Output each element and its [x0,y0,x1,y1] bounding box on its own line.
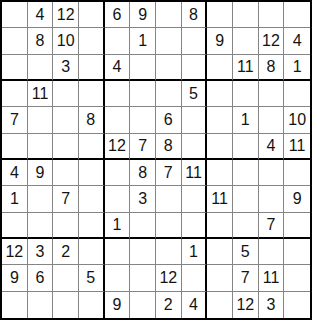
cell-r5c10[interactable]: 1 [233,107,259,133]
cell-r12c1[interactable] [2,292,28,318]
cell-r3c6[interactable] [130,55,156,81]
cell-r5c3[interactable] [53,107,79,133]
cell-r3c12[interactable]: 1 [284,55,310,81]
cell-r6c12[interactable]: 11 [284,134,310,160]
cell-r11c6[interactable] [130,265,156,291]
cell-r8c3[interactable]: 7 [53,186,79,212]
cell-r4c8[interactable]: 5 [182,81,208,107]
cell-r11c4[interactable]: 5 [79,265,105,291]
cell-r12c11[interactable]: 3 [259,292,285,318]
cell-r12c7[interactable]: 2 [156,292,182,318]
cell-r8c1[interactable]: 1 [2,186,28,212]
cell-r11c3[interactable] [53,265,79,291]
cell-r10c7[interactable] [156,239,182,265]
cell-r4c5[interactable] [105,81,131,107]
cell-r2c6[interactable]: 1 [130,28,156,54]
cell-r2c1[interactable] [2,28,28,54]
cell-r9c1[interactable] [2,213,28,239]
cell-r6c2[interactable] [28,134,54,160]
cell-r3c10[interactable]: 11 [233,55,259,81]
cell-r9c3[interactable] [53,213,79,239]
cell-r6c5[interactable]: 12 [105,134,131,160]
cell-r12c4[interactable] [79,292,105,318]
cell-r4c3[interactable] [53,81,79,107]
cell-r9c4[interactable] [79,213,105,239]
cell-r1c5[interactable]: 6 [105,2,131,28]
cell-r2c8[interactable] [182,28,208,54]
cell-r7c9[interactable] [207,160,233,186]
cell-r3c2[interactable] [28,55,54,81]
cell-r1c4[interactable] [79,2,105,28]
cell-r6c4[interactable] [79,134,105,160]
cell-r8c11[interactable] [259,186,285,212]
cell-r6c11[interactable]: 4 [259,134,285,160]
cell-r1c3[interactable]: 12 [53,2,79,28]
cell-r10c9[interactable] [207,239,233,265]
cell-r5c1[interactable]: 7 [2,107,28,133]
cell-r12c6[interactable] [130,292,156,318]
cell-r8c6[interactable]: 3 [130,186,156,212]
cell-r10c10[interactable]: 5 [233,239,259,265]
cell-r6c10[interactable] [233,134,259,160]
cell-r5c9[interactable] [207,107,233,133]
cell-r5c7[interactable]: 6 [156,107,182,133]
cell-r11c1[interactable]: 9 [2,265,28,291]
cell-r8c10[interactable] [233,186,259,212]
cell-r8c8[interactable] [182,186,208,212]
cell-r7c2[interactable]: 9 [28,160,54,186]
cell-r11c11[interactable]: 11 [259,265,285,291]
cell-r2c9[interactable]: 9 [207,28,233,54]
cell-r7c3[interactable] [53,160,79,186]
cell-r12c8[interactable]: 4 [182,292,208,318]
cell-r6c9[interactable] [207,134,233,160]
cell-r10c6[interactable] [130,239,156,265]
cell-r2c11[interactable]: 12 [259,28,285,54]
cell-r9c11[interactable]: 7 [259,213,285,239]
cell-r11c10[interactable]: 7 [233,265,259,291]
cell-r7c4[interactable] [79,160,105,186]
cell-r11c12[interactable] [284,265,310,291]
cell-r12c9[interactable] [207,292,233,318]
cell-r9c10[interactable] [233,213,259,239]
cell-r7c7[interactable]: 7 [156,160,182,186]
cell-r6c1[interactable] [2,134,28,160]
cell-r11c8[interactable] [182,265,208,291]
cell-r7c11[interactable] [259,160,285,186]
cell-r4c9[interactable] [207,81,233,107]
cell-r2c3[interactable]: 10 [53,28,79,54]
cell-r5c5[interactable] [105,107,131,133]
cell-r8c7[interactable] [156,186,182,212]
cell-r5c11[interactable] [259,107,285,133]
cell-r1c1[interactable] [2,2,28,28]
cell-r5c4[interactable]: 8 [79,107,105,133]
cell-r7c5[interactable] [105,160,131,186]
sudoku-board: 4126988101912434118111578611012784114987… [0,0,312,320]
cell-r10c8[interactable]: 1 [182,239,208,265]
cell-r9c9[interactable] [207,213,233,239]
cell-r12c10[interactable]: 12 [233,292,259,318]
cell-r3c9[interactable] [207,55,233,81]
cell-r2c5[interactable] [105,28,131,54]
cell-r10c12[interactable] [284,239,310,265]
cell-r3c7[interactable] [156,55,182,81]
cell-r5c6[interactable] [130,107,156,133]
cell-r8c12[interactable]: 9 [284,186,310,212]
cell-r2c12[interactable]: 4 [284,28,310,54]
cell-r11c5[interactable] [105,265,131,291]
cell-r3c1[interactable] [2,55,28,81]
cell-r6c3[interactable] [53,134,79,160]
cell-r8c5[interactable] [105,186,131,212]
cell-r4c6[interactable] [130,81,156,107]
cell-r4c1[interactable] [2,81,28,107]
cell-r7c12[interactable] [284,160,310,186]
cell-r1c10[interactable] [233,2,259,28]
cell-r7c6[interactable]: 8 [130,160,156,186]
cell-r1c11[interactable] [259,2,285,28]
cell-r11c9[interactable] [207,265,233,291]
cell-r12c2[interactable] [28,292,54,318]
cell-r6c8[interactable] [182,134,208,160]
cell-r10c11[interactable] [259,239,285,265]
cell-r1c6[interactable]: 9 [130,2,156,28]
cell-r9c2[interactable] [28,213,54,239]
cell-r2c4[interactable] [79,28,105,54]
cell-r9c5[interactable]: 1 [105,213,131,239]
cell-r5c2[interactable] [28,107,54,133]
cell-r6c7[interactable]: 8 [156,134,182,160]
cell-r10c3[interactable]: 2 [53,239,79,265]
cell-r1c9[interactable] [207,2,233,28]
cell-r9c12[interactable] [284,213,310,239]
cell-r12c5[interactable]: 9 [105,292,131,318]
cell-r10c1[interactable]: 12 [2,239,28,265]
cell-r4c12[interactable] [284,81,310,107]
cell-r10c4[interactable] [79,239,105,265]
cell-r6c6[interactable]: 7 [130,134,156,160]
cell-r3c4[interactable] [79,55,105,81]
cell-r4c11[interactable] [259,81,285,107]
cell-r3c8[interactable] [182,55,208,81]
cell-r4c2[interactable]: 11 [28,81,54,107]
cell-r9c6[interactable] [130,213,156,239]
cell-r2c10[interactable] [233,28,259,54]
cell-r4c10[interactable] [233,81,259,107]
cell-r10c2[interactable]: 3 [28,239,54,265]
cell-r3c3[interactable]: 3 [53,55,79,81]
cell-r1c2[interactable]: 4 [28,2,54,28]
cell-r3c5[interactable]: 4 [105,55,131,81]
cell-r4c7[interactable] [156,81,182,107]
cell-r5c12[interactable]: 10 [284,107,310,133]
cell-r10c5[interactable] [105,239,131,265]
cell-r9c7[interactable] [156,213,182,239]
cell-r12c3[interactable] [53,292,79,318]
cell-r2c7[interactable] [156,28,182,54]
cell-r12c12[interactable] [284,292,310,318]
cell-r7c1[interactable]: 4 [2,160,28,186]
cell-r1c12[interactable] [284,2,310,28]
cell-r11c7[interactable]: 12 [156,265,182,291]
cell-r2c2[interactable]: 8 [28,28,54,54]
cell-r11c2[interactable]: 6 [28,265,54,291]
cell-r5c8[interactable] [182,107,208,133]
cell-r8c2[interactable] [28,186,54,212]
cell-r8c9[interactable]: 11 [207,186,233,212]
cell-r1c7[interactable] [156,2,182,28]
cell-r8c4[interactable] [79,186,105,212]
cell-r7c10[interactable] [233,160,259,186]
cell-r9c8[interactable] [182,213,208,239]
cell-r3c11[interactable]: 8 [259,55,285,81]
cell-r4c4[interactable] [79,81,105,107]
cell-r7c8[interactable]: 11 [182,160,208,186]
cell-r1c8[interactable]: 8 [182,2,208,28]
